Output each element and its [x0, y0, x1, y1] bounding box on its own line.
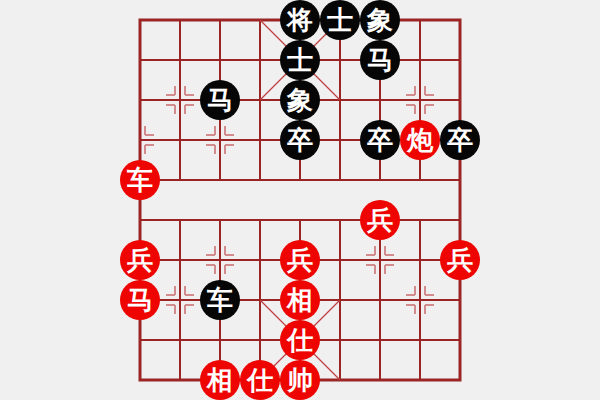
xiangqi-board: 将士象士马马象卒卒炮卒车兵兵兵兵马车相仕相仕帅: [0, 0, 600, 400]
piece-red-chariot[interactable]: 车: [120, 160, 160, 200]
piece-red-pawn[interactable]: 兵: [360, 200, 400, 240]
piece-black-pawn[interactable]: 卒: [440, 120, 480, 160]
piece-red-elephant[interactable]: 相: [280, 280, 320, 320]
piece-red-pawn[interactable]: 兵: [120, 240, 160, 280]
piece-black-chariot[interactable]: 车: [200, 280, 240, 320]
piece-red-general[interactable]: 帅: [280, 360, 320, 400]
piece-black-elephant[interactable]: 象: [360, 0, 400, 40]
piece-red-advisor[interactable]: 仕: [240, 360, 280, 400]
piece-red-pawn[interactable]: 兵: [280, 240, 320, 280]
piece-black-horse[interactable]: 马: [360, 40, 400, 80]
piece-red-elephant[interactable]: 相: [200, 360, 240, 400]
piece-red-horse[interactable]: 马: [120, 280, 160, 320]
piece-black-pawn[interactable]: 卒: [280, 120, 320, 160]
piece-black-advisor[interactable]: 士: [320, 0, 360, 40]
piece-red-cannon[interactable]: 炮: [400, 120, 440, 160]
pieces-layer: 将士象士马马象卒卒炮卒车兵兵兵兵马车相仕相仕帅: [120, 0, 480, 400]
piece-black-horse[interactable]: 马: [200, 80, 240, 120]
piece-red-pawn[interactable]: 兵: [440, 240, 480, 280]
piece-black-advisor[interactable]: 士: [280, 40, 320, 80]
piece-red-advisor[interactable]: 仕: [280, 320, 320, 360]
piece-black-general[interactable]: 将: [280, 0, 320, 40]
piece-black-elephant[interactable]: 象: [280, 80, 320, 120]
piece-black-pawn[interactable]: 卒: [360, 120, 400, 160]
